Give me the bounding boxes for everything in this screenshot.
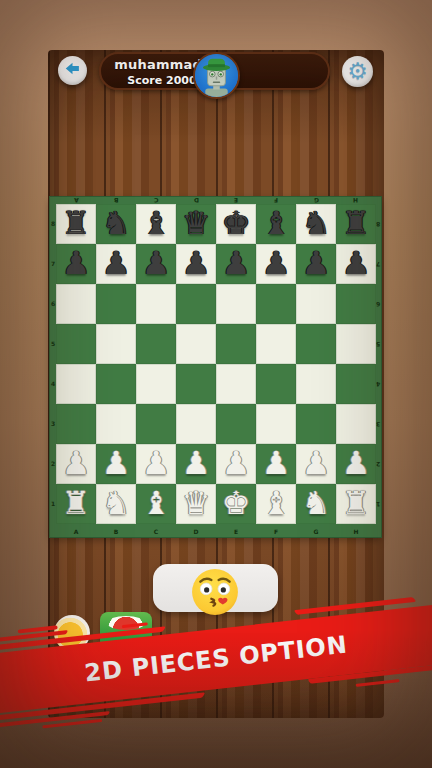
square-g5[interactable] — [296, 324, 336, 364]
square-a5[interactable] — [56, 324, 96, 364]
piece-white-bishop[interactable]: ♝ — [142, 487, 171, 519]
coord-label-c: C — [136, 197, 176, 204]
piece-white-pawn[interactable]: ♟ — [182, 447, 211, 479]
square-e6[interactable] — [216, 284, 256, 324]
settings-button[interactable]: ⚙ — [342, 56, 373, 87]
face-blowing-kiss-emoji[interactable] — [190, 567, 240, 617]
square-g1[interactable]: ♞ — [296, 484, 336, 524]
square-f6[interactable] — [256, 284, 296, 324]
square-a4[interactable] — [56, 364, 96, 404]
piece-white-pawn[interactable]: ♟ — [222, 447, 251, 479]
piece-white-pawn[interactable]: ♟ — [302, 447, 331, 479]
piece-black-pawn[interactable]: ♟ — [182, 247, 211, 279]
square-a3[interactable] — [56, 404, 96, 444]
piece-black-pawn[interactable]: ♟ — [302, 247, 331, 279]
coord-label-f: F — [256, 197, 296, 204]
coord-label-e: E — [216, 528, 256, 535]
square-d7[interactable]: ♟ — [176, 244, 216, 284]
square-c1[interactable]: ♝ — [136, 484, 176, 524]
square-f8[interactable]: ♝ — [256, 204, 296, 244]
square-a6[interactable] — [56, 284, 96, 324]
square-e4[interactable] — [216, 364, 256, 404]
coord-label-a: A — [56, 528, 96, 535]
piece-black-pawn[interactable]: ♟ — [102, 247, 131, 279]
square-d4[interactable] — [176, 364, 216, 404]
file-labels-top: ABCDEFGH — [56, 197, 376, 204]
square-e5[interactable] — [216, 324, 256, 364]
piece-black-king[interactable]: ♚ — [222, 207, 251, 239]
square-g2[interactable]: ♟ — [296, 444, 336, 484]
piece-white-pawn[interactable]: ♟ — [62, 447, 91, 479]
coord-label-h: H — [336, 197, 376, 204]
square-h2[interactable]: ♟ — [336, 444, 376, 484]
square-c8[interactable]: ♝ — [136, 204, 176, 244]
square-d5[interactable] — [176, 324, 216, 364]
player-avatar[interactable] — [193, 52, 240, 99]
square-a2[interactable]: ♟ — [56, 444, 96, 484]
square-h1[interactable]: ♜ — [336, 484, 376, 524]
square-a7[interactable]: ♟ — [56, 244, 96, 284]
square-b2[interactable]: ♟ — [96, 444, 136, 484]
chess-board: ABCDEFGH 87654321 87654321 ♜♞♝♛♚♝♞♜♟♟♟♟♟… — [50, 197, 381, 537]
square-f5[interactable] — [256, 324, 296, 364]
square-d6[interactable] — [176, 284, 216, 324]
square-e3[interactable] — [216, 404, 256, 444]
square-g8[interactable]: ♞ — [296, 204, 336, 244]
square-b7[interactable]: ♟ — [96, 244, 136, 284]
coord-label-b: B — [96, 528, 136, 535]
piece-black-pawn[interactable]: ♟ — [142, 247, 171, 279]
piece-black-pawn[interactable]: ♟ — [342, 247, 371, 279]
piece-white-queen[interactable]: ♛ — [182, 487, 211, 519]
square-g4[interactable] — [296, 364, 336, 404]
coord-label-d: D — [176, 528, 216, 535]
square-e7[interactable]: ♟ — [216, 244, 256, 284]
square-c2[interactable]: ♟ — [136, 444, 176, 484]
square-g7[interactable]: ♟ — [296, 244, 336, 284]
square-f2[interactable]: ♟ — [256, 444, 296, 484]
coord-label-f: F — [256, 528, 296, 535]
square-h8[interactable]: ♜ — [336, 204, 376, 244]
square-c7[interactable]: ♟ — [136, 244, 176, 284]
piece-black-rook[interactable]: ♜ — [62, 207, 91, 239]
piece-black-knight[interactable]: ♞ — [102, 207, 131, 239]
square-a8[interactable]: ♜ — [56, 204, 96, 244]
coord-label-d: D — [176, 197, 216, 204]
square-d2[interactable]: ♟ — [176, 444, 216, 484]
square-g6[interactable] — [296, 284, 336, 324]
piece-black-pawn[interactable]: ♟ — [262, 247, 291, 279]
piece-black-bishop[interactable]: ♝ — [142, 207, 171, 239]
square-h7[interactable]: ♟ — [336, 244, 376, 284]
square-h6[interactable] — [336, 284, 376, 324]
app-screen: muhammadz Score 2000 — [0, 0, 432, 768]
piece-white-pawn[interactable]: ♟ — [342, 447, 371, 479]
coord-label-a: A — [56, 197, 96, 204]
coord-label-e: E — [216, 197, 256, 204]
piece-white-rook[interactable]: ♜ — [342, 487, 371, 519]
coord-label-g: G — [296, 197, 336, 204]
square-a1[interactable]: ♜ — [56, 484, 96, 524]
coord-label-b: B — [96, 197, 136, 204]
square-b6[interactable] — [96, 284, 136, 324]
square-h3[interactable] — [336, 404, 376, 444]
square-c6[interactable] — [136, 284, 176, 324]
square-f7[interactable]: ♟ — [256, 244, 296, 284]
piece-white-bishop[interactable]: ♝ — [262, 487, 291, 519]
board-grid: ♜♞♝♛♚♝♞♜♟♟♟♟♟♟♟♟♟♟♟♟♟♟♟♟♜♞♝♛♚♝♞♜ — [56, 204, 376, 524]
piece-black-bishop[interactable]: ♝ — [262, 207, 291, 239]
square-e1[interactable]: ♚ — [216, 484, 256, 524]
square-c5[interactable] — [136, 324, 176, 364]
square-d3[interactable] — [176, 404, 216, 444]
piece-white-pawn[interactable]: ♟ — [142, 447, 171, 479]
back-button[interactable] — [58, 56, 87, 85]
square-f1[interactable]: ♝ — [256, 484, 296, 524]
square-d8[interactable]: ♛ — [176, 204, 216, 244]
piece-white-knight[interactable]: ♞ — [102, 487, 131, 519]
square-d1[interactable]: ♛ — [176, 484, 216, 524]
square-f3[interactable] — [256, 404, 296, 444]
square-f4[interactable] — [256, 364, 296, 404]
gear-icon: ⚙ — [347, 60, 368, 83]
piece-black-knight[interactable]: ♞ — [302, 207, 331, 239]
square-h5[interactable] — [336, 324, 376, 364]
piece-white-king[interactable]: ♚ — [222, 487, 251, 519]
file-labels-bottom: ABCDEFGH — [56, 525, 376, 537]
piece-black-rook[interactable]: ♜ — [342, 207, 371, 239]
piece-white-knight[interactable]: ♞ — [302, 487, 331, 519]
coord-label-h: H — [336, 528, 376, 535]
square-c3[interactable] — [136, 404, 176, 444]
square-b1[interactable]: ♞ — [96, 484, 136, 524]
square-g3[interactable] — [296, 404, 336, 444]
square-b3[interactable] — [96, 404, 136, 444]
piece-white-pawn[interactable]: ♟ — [102, 447, 131, 479]
square-b5[interactable] — [96, 324, 136, 364]
square-c4[interactable] — [136, 364, 176, 404]
coord-label-c: C — [136, 528, 176, 535]
piece-black-pawn[interactable]: ♟ — [62, 247, 91, 279]
square-b4[interactable] — [96, 364, 136, 404]
arrow-left-icon — [64, 60, 81, 81]
square-b8[interactable]: ♞ — [96, 204, 136, 244]
square-h4[interactable] — [336, 364, 376, 404]
square-e8[interactable]: ♚ — [216, 204, 256, 244]
piece-white-pawn[interactable]: ♟ — [262, 447, 291, 479]
piece-black-queen[interactable]: ♛ — [182, 207, 211, 239]
piece-black-pawn[interactable]: ♟ — [222, 247, 251, 279]
square-e2[interactable]: ♟ — [216, 444, 256, 484]
piece-white-rook[interactable]: ♜ — [62, 487, 91, 519]
coord-label-g: G — [296, 528, 336, 535]
